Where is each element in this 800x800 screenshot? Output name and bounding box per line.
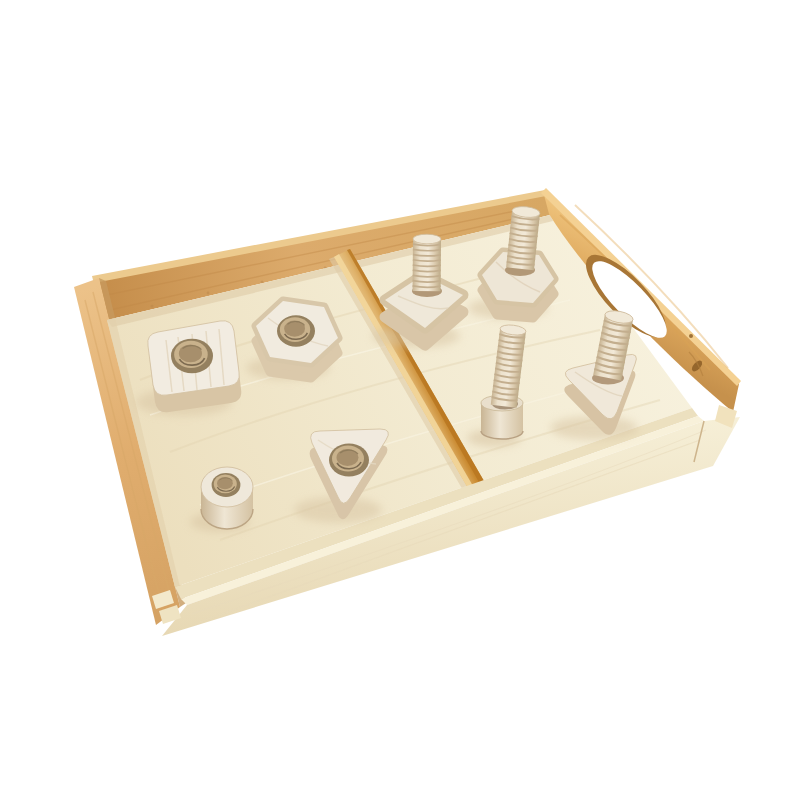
- toy-tray-scene: [0, 0, 800, 800]
- nut-hole: [212, 473, 241, 497]
- bolt-shaft: [413, 234, 441, 291]
- nut-hole: [171, 339, 213, 374]
- nut-hole: [277, 315, 315, 346]
- square-nut: [136, 321, 241, 416]
- product-photo: [0, 0, 800, 800]
- nut-hole: [329, 444, 369, 477]
